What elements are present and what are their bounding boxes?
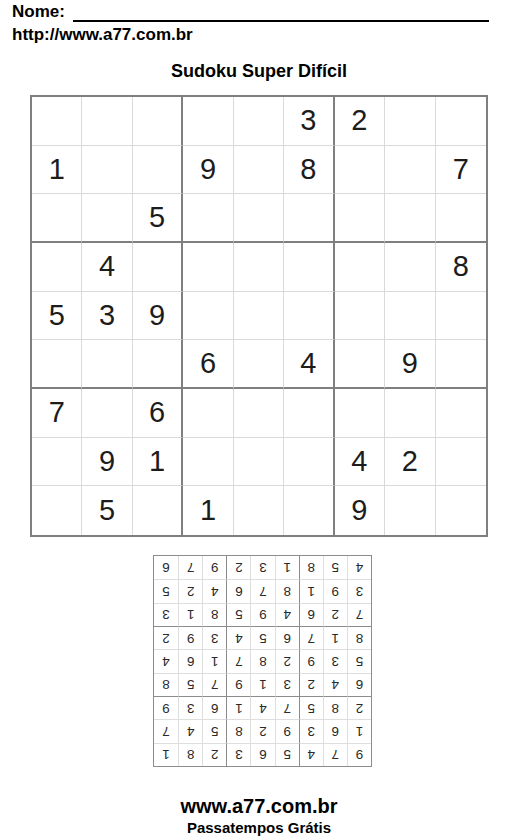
sudoku-cell-r7c1[interactable]: 7 [32, 389, 82, 438]
solution-cell-r4c7: 7 [202, 673, 226, 696]
worksheet-page: Nome: http://www.a77.com.br Sudoku Super… [0, 0, 518, 840]
solution-cell-r7c5: 9 [250, 603, 274, 626]
solution-cell-r9c2: 5 [323, 556, 347, 579]
solution-cell-r2c8: 4 [178, 719, 202, 742]
sudoku-cell-r7c8[interactable] [385, 389, 435, 438]
sudoku-cell-r1c4[interactable] [183, 97, 233, 146]
sudoku-cell-r8c6[interactable] [284, 438, 334, 487]
sudoku-cell-r7c7[interactable] [335, 389, 385, 438]
sudoku-cell-r7c2[interactable] [82, 389, 132, 438]
solution-cell-r7c7: 8 [202, 603, 226, 626]
solution-cell-r5c1: 5 [347, 649, 371, 672]
sudoku-cell-r6c3[interactable] [133, 340, 183, 389]
solution-cell-r5c7: 1 [202, 649, 226, 672]
name-row: Nome: [12, 2, 489, 22]
sudoku-cell-r8c8[interactable]: 2 [385, 438, 435, 487]
sudoku-cell-r4c4[interactable] [183, 243, 233, 292]
sudoku-cell-r3c4[interactable] [183, 194, 233, 243]
sudoku-cell-r5c3[interactable]: 9 [133, 292, 183, 341]
solution-cell-r3c9: 9 [154, 696, 178, 719]
solution-cell-r5c6: 7 [226, 649, 250, 672]
solution-cell-r3c7: 6 [202, 696, 226, 719]
solution-cell-r2c5: 2 [250, 719, 274, 742]
sudoku-cell-r6c6[interactable]: 4 [284, 340, 334, 389]
solution-cell-r6c6: 4 [226, 626, 250, 649]
sudoku-cell-r4c8[interactable] [385, 243, 435, 292]
sudoku-cell-r4c9[interactable]: 8 [436, 243, 486, 292]
sudoku-cell-r9c3[interactable] [133, 486, 183, 535]
solution-cell-r8c9: 5 [154, 579, 178, 602]
sudoku-cell-r6c8[interactable]: 9 [385, 340, 435, 389]
sudoku-cell-r2c5[interactable] [234, 146, 284, 195]
solution-cell-r6c4: 6 [275, 626, 299, 649]
sudoku-cell-r9c7[interactable]: 9 [335, 486, 385, 535]
sudoku-cell-r4c6[interactable] [284, 243, 334, 292]
solution-cell-r7c8: 1 [178, 603, 202, 626]
solution-cell-r8c4: 8 [275, 579, 299, 602]
sudoku-cell-r1c7[interactable]: 2 [335, 97, 385, 146]
sudoku-cell-r6c9[interactable] [436, 340, 486, 389]
sudoku-cell-r2c9[interactable]: 7 [436, 146, 486, 195]
sudoku-cell-r8c3[interactable]: 1 [133, 438, 183, 487]
sudoku-cell-r2c4[interactable]: 9 [183, 146, 233, 195]
sudoku-cell-r9c1[interactable] [32, 486, 82, 535]
solution-cell-r3c4: 7 [275, 696, 299, 719]
footer-tagline: Passatempos Grátis [0, 819, 518, 836]
sudoku-cell-r3c2[interactable] [82, 194, 132, 243]
solution-cell-r7c6: 5 [226, 603, 250, 626]
solution-cell-r9c3: 8 [299, 556, 323, 579]
page-title: Sudoku Super Difícil [0, 61, 518, 82]
solution-cell-r8c5: 7 [250, 579, 274, 602]
sudoku-cell-r1c1[interactable] [32, 97, 82, 146]
solution-cell-r5c9: 4 [154, 649, 178, 672]
sudoku-cell-r2c1[interactable]: 1 [32, 146, 82, 195]
sudoku-cell-r5c9[interactable] [436, 292, 486, 341]
solution-cell-r4c2: 4 [323, 673, 347, 696]
sudoku-cell-r5c2[interactable]: 3 [82, 292, 132, 341]
sudoku-cell-r3c7[interactable] [335, 194, 385, 243]
solution-cell-r2c7: 5 [202, 719, 226, 742]
sudoku-cell-r5c5[interactable] [234, 292, 284, 341]
solution-cell-r6c3: 7 [299, 626, 323, 649]
solution-cell-r3c1: 2 [347, 696, 371, 719]
solution-cell-r9c8: 7 [178, 556, 202, 579]
solution-cell-r2c1: 1 [347, 719, 371, 742]
sudoku-cell-r7c4[interactable] [183, 389, 233, 438]
solution-cell-r5c8: 6 [178, 649, 202, 672]
sudoku-board: 321987548539649769142519 [30, 95, 488, 537]
solution-cell-r3c6: 1 [226, 696, 250, 719]
sudoku-cell-r4c1[interactable] [32, 243, 82, 292]
sudoku-cell-r2c2[interactable] [82, 146, 132, 195]
solution-cell-r4c4: 3 [275, 673, 299, 696]
solution-cell-r3c3: 5 [299, 696, 323, 719]
sudoku-cell-r1c8[interactable] [385, 97, 435, 146]
sudoku-cell-r6c7[interactable] [335, 340, 385, 389]
solution-cell-r8c1: 3 [347, 579, 371, 602]
sudoku-cell-r3c8[interactable] [385, 194, 435, 243]
sudoku-cell-r3c5[interactable] [234, 194, 284, 243]
solution-cell-r7c2: 2 [323, 603, 347, 626]
sudoku-cell-r5c7[interactable] [335, 292, 385, 341]
solution-cell-r6c2: 1 [323, 626, 347, 649]
sudoku-cell-r9c8[interactable] [385, 486, 435, 535]
sudoku-cell-r6c1[interactable] [32, 340, 82, 389]
sudoku-cell-r1c6[interactable]: 3 [284, 97, 334, 146]
sudoku-cell-r2c7[interactable] [335, 146, 385, 195]
sudoku-cell-r4c5[interactable] [234, 243, 284, 292]
solution-cell-r2c2: 6 [323, 719, 347, 742]
solution-cell-r7c1: 7 [347, 603, 371, 626]
solution-cell-r9c7: 9 [202, 556, 226, 579]
solution-cell-r1c6: 3 [226, 743, 250, 766]
name-label: Nome: [12, 2, 65, 22]
solution-cell-r4c5: 1 [250, 673, 274, 696]
solution-cell-r8c7: 4 [202, 579, 226, 602]
sudoku-cell-r9c2[interactable]: 5 [82, 486, 132, 535]
solution-cell-r7c9: 3 [154, 603, 178, 626]
sudoku-cell-r8c7[interactable]: 4 [335, 438, 385, 487]
solution-cell-r4c6: 9 [226, 673, 250, 696]
solution-cell-r6c9: 2 [154, 626, 178, 649]
sudoku-cell-r7c6[interactable] [284, 389, 334, 438]
sudoku-cell-r7c9[interactable] [436, 389, 486, 438]
sudoku-cell-r6c2[interactable] [82, 340, 132, 389]
solution-cell-r4c1: 6 [347, 673, 371, 696]
solution-cell-r4c3: 2 [299, 673, 323, 696]
solution-cell-r4c9: 8 [154, 673, 178, 696]
sudoku-cell-r2c6[interactable]: 8 [284, 146, 334, 195]
solution-cell-r9c9: 6 [154, 556, 178, 579]
sudoku-cell-r5c1[interactable]: 5 [32, 292, 82, 341]
site-url: http://www.a77.com.br [12, 25, 193, 45]
sudoku-cell-r8c5[interactable] [234, 438, 284, 487]
solution-cell-r5c2: 3 [323, 649, 347, 672]
sudoku-cell-r9c4[interactable]: 1 [183, 486, 233, 535]
solution-cell-r8c6: 6 [226, 579, 250, 602]
sudoku-cell-r3c3[interactable]: 5 [133, 194, 183, 243]
sudoku-cell-r2c3[interactable] [133, 146, 183, 195]
solution-cell-r1c7: 2 [202, 743, 226, 766]
sudoku-cell-r7c3[interactable]: 6 [133, 389, 183, 438]
sudoku-cell-r8c9[interactable] [436, 438, 486, 487]
solution-cell-r1c5: 6 [250, 743, 274, 766]
solution-cell-r1c9: 1 [154, 743, 178, 766]
solution-cell-r8c3: 1 [299, 579, 323, 602]
sudoku-cell-r5c8[interactable] [385, 292, 435, 341]
sudoku-cell-r8c4[interactable] [183, 438, 233, 487]
solution-cell-r3c8: 3 [178, 696, 202, 719]
solution-cell-r9c5: 3 [250, 556, 274, 579]
sudoku-cell-r1c5[interactable] [234, 97, 284, 146]
solution-cell-r9c1: 4 [347, 556, 371, 579]
solution-cell-r4c8: 5 [178, 673, 202, 696]
sudoku-cell-r1c9[interactable] [436, 97, 486, 146]
sudoku-cell-r4c7[interactable] [335, 243, 385, 292]
sudoku-cell-r5c6[interactable] [284, 292, 334, 341]
sudoku-cell-r9c9[interactable] [436, 486, 486, 535]
sudoku-cell-r9c5[interactable] [234, 486, 284, 535]
sudoku-cell-r9c6[interactable] [284, 486, 334, 535]
sudoku-cell-r6c5[interactable] [234, 340, 284, 389]
solution-cell-r5c3: 9 [299, 649, 323, 672]
sudoku-cell-r8c2[interactable]: 9 [82, 438, 132, 487]
footer-site: www.a77.com.br [0, 795, 518, 818]
solution-cell-r9c6: 2 [226, 556, 250, 579]
solution-cell-r6c8: 9 [178, 626, 202, 649]
solution-cell-r5c5: 8 [250, 649, 274, 672]
solution-cell-r2c4: 9 [275, 719, 299, 742]
sudoku-cell-r7c5[interactable] [234, 389, 284, 438]
solution-cell-r2c9: 7 [154, 719, 178, 742]
sudoku-cell-r6c4[interactable]: 6 [183, 340, 233, 389]
sudoku-cell-r4c2[interactable]: 4 [82, 243, 132, 292]
solution-cell-r1c4: 5 [275, 743, 299, 766]
solution-cell-r6c7: 3 [202, 626, 226, 649]
sudoku-cell-r2c8[interactable] [385, 146, 435, 195]
solution-cell-r7c3: 6 [299, 603, 323, 626]
solution-cell-r2c3: 3 [299, 719, 323, 742]
solution-cell-r1c8: 8 [178, 743, 202, 766]
solution-cell-r3c5: 4 [250, 696, 274, 719]
solution-cell-r1c3: 4 [299, 743, 323, 766]
solution-board-upside-down: 9745632811639285472857416396423197585392… [153, 555, 372, 767]
solution-cell-r5c4: 2 [275, 649, 299, 672]
solution-cell-r2c6: 8 [226, 719, 250, 742]
sudoku-cell-r5c4[interactable] [183, 292, 233, 341]
sudoku-cell-r3c6[interactable] [284, 194, 334, 243]
name-input-line[interactable] [73, 2, 489, 22]
solution-cell-r1c2: 7 [323, 743, 347, 766]
sudoku-cell-r1c2[interactable] [82, 97, 132, 146]
solution-cell-r8c2: 9 [323, 579, 347, 602]
solution-cell-r6c1: 8 [347, 626, 371, 649]
sudoku-cell-r3c9[interactable] [436, 194, 486, 243]
solution-cell-r1c1: 9 [347, 743, 371, 766]
solution-cell-r9c4: 1 [275, 556, 299, 579]
sudoku-cell-r3c1[interactable] [32, 194, 82, 243]
solution-cell-r6c5: 5 [250, 626, 274, 649]
sudoku-cell-r8c1[interactable] [32, 438, 82, 487]
solution-cell-r8c8: 2 [178, 579, 202, 602]
sudoku-cell-r1c3[interactable] [133, 97, 183, 146]
solution-cell-r3c2: 8 [323, 696, 347, 719]
solution-cell-r7c4: 4 [275, 603, 299, 626]
sudoku-cell-r4c3[interactable] [133, 243, 183, 292]
